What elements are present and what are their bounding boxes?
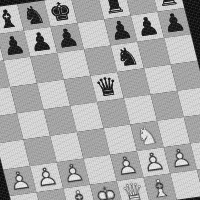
piece-black-pawn-h7[interactable]: ♟♟ (158, 8, 191, 38)
black-pawn-outline-icon: ♟ (158, 8, 191, 38)
chessboard-photo: ♝♝♞♞♚♚♜♜♜♜♟♟♟♟♟♟♟♟♟♟♟♟♞♞♛♛♞♘♟♙♟♙♟♙♟♙♟♙♟♙… (0, 0, 200, 200)
square-g1[interactable] (170, 170, 200, 200)
square-h7[interactable]: ♟♟ (158, 8, 191, 38)
chess-board: ♝♝♞♞♚♚♜♜♜♜♟♟♟♟♟♟♟♟♟♟♟♟♞♞♛♛♞♘♟♙♟♙♟♙♟♙♟♙♟♙… (0, 0, 200, 200)
square-h6[interactable] (164, 34, 197, 64)
